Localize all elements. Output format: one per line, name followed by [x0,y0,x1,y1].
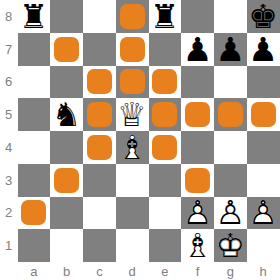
white-pawn[interactable]: ♟♙ [214,197,247,230]
white-bishop[interactable]: ♝♗ [116,131,149,164]
square-d8[interactable] [116,0,149,33]
file-label-g: g [214,262,247,280]
square-b3[interactable] [50,164,83,197]
rank-label-1: 1 [0,229,17,262]
square-e8[interactable]: ♜ [149,0,182,33]
rank-label-3: 3 [0,164,17,197]
file-label-b: b [50,262,83,280]
move-highlight-f5 [185,102,210,127]
square-a5[interactable] [18,98,51,131]
square-e3[interactable] [149,164,182,197]
square-f3[interactable] [181,164,214,197]
square-a7[interactable] [18,33,51,66]
square-f4[interactable] [181,131,214,164]
square-f5[interactable] [181,98,214,131]
square-h7[interactable]: ♟ [247,33,280,66]
square-g8[interactable] [214,0,247,33]
square-d7[interactable] [116,33,149,66]
move-highlight-d6 [120,69,145,94]
move-highlight-f3 [185,168,210,193]
move-highlight-a2 [21,200,46,225]
square-a3[interactable] [18,164,51,197]
move-highlight-e5 [152,102,177,127]
square-d2[interactable] [116,197,149,230]
square-g5[interactable] [214,98,247,131]
move-highlight-g5 [218,102,243,127]
file-label-d: d [116,262,149,280]
file-label-a: a [18,262,51,280]
square-e2[interactable] [149,197,182,230]
file-label-h: h [247,262,280,280]
move-highlight-c5 [87,102,112,127]
square-f6[interactable] [181,66,214,99]
square-c8[interactable] [83,0,116,33]
square-c2[interactable] [83,197,116,230]
square-g7[interactable]: ♟ [214,33,247,66]
move-highlight-e4 [152,135,177,160]
square-c4[interactable] [83,131,116,164]
move-highlight-h5 [251,102,276,127]
square-g3[interactable] [214,164,247,197]
square-g2[interactable]: ♟♙ [214,197,247,230]
square-a4[interactable] [18,131,51,164]
move-highlight-d8 [120,4,145,29]
square-h1[interactable] [247,229,280,262]
white-king[interactable]: ♚♔ [214,229,247,262]
move-highlight-d7 [120,37,145,62]
square-h2[interactable]: ♟♙ [247,197,280,230]
white-queen[interactable]: ♛♕ [116,98,149,131]
square-a8[interactable]: ♜ [18,0,51,33]
move-highlight-c4 [87,135,112,160]
rank-label-5: 5 [0,98,17,131]
file-label-e: e [149,262,182,280]
move-highlight-e6 [152,69,177,94]
rank-label-2: 2 [0,197,17,230]
square-e4[interactable] [149,131,182,164]
square-c7[interactable] [83,33,116,66]
square-g1[interactable]: ♚♔ [214,229,247,262]
move-highlight-b7 [54,37,79,62]
square-b4[interactable] [50,131,83,164]
black-king[interactable]: ♚ [247,0,280,33]
move-highlight-b3 [54,168,79,193]
white-bishop[interactable]: ♝♗ [181,229,214,262]
square-a1[interactable] [18,229,51,262]
square-e7[interactable] [149,33,182,66]
square-h5[interactable] [247,98,280,131]
chess-puzzle: ♜♜♚♟♟♟♞♛♕♝♗♟♙♟♙♟♙♝♗♚♔ 87654321 abcdefgh [0,0,280,280]
square-g4[interactable] [214,131,247,164]
square-c3[interactable] [83,164,116,197]
black-pawn[interactable]: ♟ [214,33,247,66]
square-d5[interactable]: ♛♕ [116,98,149,131]
rank-label-7: 7 [0,33,17,66]
rank-label-8: 8 [0,0,17,33]
square-h4[interactable] [247,131,280,164]
move-highlight-c6 [87,69,112,94]
square-a2[interactable] [18,197,51,230]
square-d1[interactable] [116,229,149,262]
square-f1[interactable]: ♝♗ [181,229,214,262]
white-pawn[interactable]: ♟♙ [247,197,280,230]
square-b8[interactable] [50,0,83,33]
square-b6[interactable] [50,66,83,99]
square-f2[interactable]: ♟♙ [181,197,214,230]
black-pawn[interactable]: ♟ [247,33,280,66]
square-d6[interactable] [116,66,149,99]
square-e5[interactable] [149,98,182,131]
black-pawn[interactable]: ♟ [181,33,214,66]
file-label-f: f [181,262,214,280]
square-g6[interactable] [214,66,247,99]
square-f7[interactable]: ♟ [181,33,214,66]
square-d4[interactable]: ♝♗ [116,131,149,164]
white-pawn[interactable]: ♟♙ [181,197,214,230]
square-c1[interactable] [83,229,116,262]
square-a6[interactable] [18,66,51,99]
black-knight[interactable]: ♞ [50,98,83,131]
square-e6[interactable] [149,66,182,99]
square-d3[interactable] [116,164,149,197]
square-e1[interactable] [149,229,182,262]
square-h3[interactable] [247,164,280,197]
square-h8[interactable]: ♚ [247,0,280,33]
rank-label-6: 6 [0,66,17,99]
square-b5[interactable]: ♞ [50,98,83,131]
file-label-c: c [83,262,116,280]
square-c5[interactable] [83,98,116,131]
chess-board: ♜♜♚♟♟♟♞♛♕♝♗♟♙♟♙♟♙♝♗♚♔ [18,0,280,262]
square-c6[interactable] [83,66,116,99]
square-b7[interactable] [50,33,83,66]
square-f8[interactable] [181,0,214,33]
square-b1[interactable] [50,229,83,262]
square-b2[interactable] [50,197,83,230]
square-h6[interactable] [247,66,280,99]
black-rook[interactable]: ♜ [18,0,51,33]
rank-label-4: 4 [0,131,17,164]
black-rook[interactable]: ♜ [149,0,182,33]
